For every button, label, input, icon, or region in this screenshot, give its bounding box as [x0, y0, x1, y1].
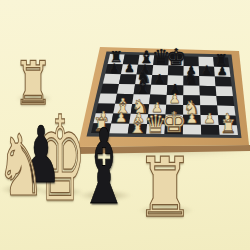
black-bishop-foreground: ♝ — [78, 115, 129, 219]
white-knight-foreground: ♞ — [0, 123, 46, 208]
chess-set-photo: ♜♝♛♚♜♟♟♟♟♟♟♞♟♞♝♟♟♝♞♟♞♟♟♟♟♟♟♜♝♛♚♜ ♜ ♚ ♟ ♞… — [0, 0, 250, 250]
foreground-pieces: ♜ ♚ ♟ ♞ ♝ ♜ — [0, 0, 250, 250]
white-rook-foreground-right: ♜ — [136, 147, 195, 229]
